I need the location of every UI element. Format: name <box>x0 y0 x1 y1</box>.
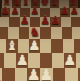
black-pawn-f6[interactable]: ♟ <box>48 15 63 26</box>
black-knight-d5[interactable]: ♞ <box>27 26 43 38</box>
square-g4[interactable] <box>63 39 74 53</box>
white-pawn-e2[interactable]: ♟ <box>37 68 56 81</box>
square-h2[interactable] <box>78 68 80 81</box>
square-f5[interactable] <box>51 27 62 39</box>
chess-board: ♜♞♝♛♚♝♜♟♟♟♟♟♟♟♟♞♝♟♟♟♟♟♟♜♞♛♚♝♞♜ <box>0 0 80 81</box>
chess-app-window: ♜♞♝♛♚♝♜♟♟♟♟♟♟♟♟♞♝♟♟♟♟♟♟♜♞♛♚♝♞♜ <box>0 0 80 81</box>
square-g2[interactable] <box>65 68 78 81</box>
square-h5[interactable] <box>72 27 80 39</box>
white-pawn-c3[interactable]: ♟ <box>13 53 31 67</box>
white-pawn-d4[interactable]: ♟ <box>26 39 43 52</box>
white-bishop-b4[interactable]: ♝ <box>3 39 20 52</box>
square-g5[interactable] <box>62 27 73 39</box>
square-a6[interactable] <box>0 17 9 27</box>
square-h4[interactable] <box>74 39 80 53</box>
white-pawn-g3[interactable]: ♟ <box>61 53 79 67</box>
white-pawn-a2[interactable]: ♟ <box>0 68 5 81</box>
square-h6[interactable] <box>71 17 80 27</box>
black-pawn-h7[interactable]: ♟ <box>68 6 80 16</box>
square-f4[interactable] <box>51 39 62 53</box>
